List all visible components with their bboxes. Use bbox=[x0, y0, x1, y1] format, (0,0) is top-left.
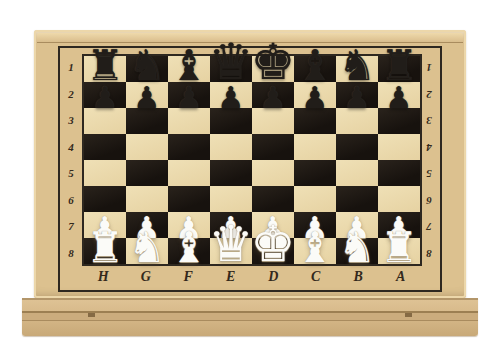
square-a4 bbox=[378, 134, 420, 160]
square-f4 bbox=[168, 134, 210, 160]
square-d3 bbox=[252, 108, 294, 134]
file-label-1: G bbox=[125, 264, 168, 290]
square-g5 bbox=[126, 160, 168, 186]
file-label-7: A bbox=[380, 264, 423, 290]
box-notch-right bbox=[405, 313, 412, 317]
box-rim-edge bbox=[37, 33, 463, 43]
rank-label-right-1: 2 bbox=[418, 81, 440, 108]
square-a6 bbox=[378, 186, 420, 212]
square-h4 bbox=[84, 134, 126, 160]
square-e7 bbox=[210, 212, 252, 238]
square-a3 bbox=[378, 108, 420, 134]
square-g8 bbox=[126, 238, 168, 264]
square-c5 bbox=[294, 160, 336, 186]
rank-labels-right: 12345678 bbox=[418, 54, 440, 266]
rank-label-right-2: 3 bbox=[418, 107, 440, 134]
rank-label-right-0: 1 bbox=[418, 54, 440, 81]
square-c7 bbox=[294, 212, 336, 238]
square-b8 bbox=[336, 238, 378, 264]
box-notch-left bbox=[88, 313, 95, 317]
square-g2 bbox=[126, 82, 168, 108]
square-c2 bbox=[294, 82, 336, 108]
square-c8 bbox=[294, 238, 336, 264]
square-e3 bbox=[210, 108, 252, 134]
square-d7 bbox=[252, 212, 294, 238]
rank-label-right-3: 4 bbox=[418, 134, 440, 161]
rank-label-left-5: 6 bbox=[60, 187, 82, 214]
square-g6 bbox=[126, 186, 168, 212]
square-h2 bbox=[84, 82, 126, 108]
square-g1 bbox=[126, 56, 168, 82]
square-h3 bbox=[84, 108, 126, 134]
square-a1 bbox=[378, 56, 420, 82]
square-d4 bbox=[252, 134, 294, 160]
square-h7 bbox=[84, 212, 126, 238]
coordinate-frame: ♜♞♝♛♚♝♞♜♟♟♟♟♟♟♟♟♟♟♟♟♟♟♟♟♜♞♝♛♚♝♞♜ 1234567… bbox=[58, 46, 442, 292]
square-d5 bbox=[252, 160, 294, 186]
square-b5 bbox=[336, 160, 378, 186]
square-g7 bbox=[126, 212, 168, 238]
file-label-6: B bbox=[337, 264, 380, 290]
rank-label-right-7: 8 bbox=[418, 240, 440, 267]
rank-label-right-6: 7 bbox=[418, 213, 440, 240]
square-a2 bbox=[378, 82, 420, 108]
square-c1 bbox=[294, 56, 336, 82]
square-f6 bbox=[168, 186, 210, 212]
rank-label-left-4: 5 bbox=[60, 160, 82, 187]
file-label-4: D bbox=[252, 264, 295, 290]
square-h6 bbox=[84, 186, 126, 212]
square-c4 bbox=[294, 134, 336, 160]
square-d1 bbox=[252, 56, 294, 82]
rank-labels-left: 12345678 bbox=[60, 54, 82, 266]
square-h5 bbox=[84, 160, 126, 186]
square-e1 bbox=[210, 56, 252, 82]
chess-set-photo: ♜♞♝♛♚♝♞♜♟♟♟♟♟♟♟♟♟♟♟♟♟♟♟♟♜♞♝♛♚♝♞♜ 1234567… bbox=[0, 0, 500, 350]
chess-board: ♜♞♝♛♚♝♞♜♟♟♟♟♟♟♟♟♟♟♟♟♟♟♟♟♜♞♝♛♚♝♞♜ 1234567… bbox=[34, 30, 466, 298]
board-grid bbox=[82, 54, 422, 266]
file-label-5: C bbox=[295, 264, 338, 290]
square-b3 bbox=[336, 108, 378, 134]
square-f2 bbox=[168, 82, 210, 108]
square-b7 bbox=[336, 212, 378, 238]
box-front-face bbox=[22, 298, 478, 336]
square-a5 bbox=[378, 160, 420, 186]
square-h8 bbox=[84, 238, 126, 264]
square-g3 bbox=[126, 108, 168, 134]
rank-label-left-2: 3 bbox=[60, 107, 82, 134]
square-d2 bbox=[252, 82, 294, 108]
rank-label-left-1: 2 bbox=[60, 81, 82, 108]
square-f1 bbox=[168, 56, 210, 82]
rank-label-left-3: 4 bbox=[60, 134, 82, 161]
square-h1 bbox=[84, 56, 126, 82]
square-g4 bbox=[126, 134, 168, 160]
file-label-3: E bbox=[210, 264, 253, 290]
square-b4 bbox=[336, 134, 378, 160]
rank-label-left-6: 7 bbox=[60, 213, 82, 240]
square-b2 bbox=[336, 82, 378, 108]
file-labels-bottom: HGFEDCBA bbox=[82, 264, 422, 290]
file-label-2: F bbox=[167, 264, 210, 290]
square-a7 bbox=[378, 212, 420, 238]
square-e6 bbox=[210, 186, 252, 212]
rank-label-right-5: 6 bbox=[418, 187, 440, 214]
square-d8 bbox=[252, 238, 294, 264]
rank-label-left-7: 8 bbox=[60, 240, 82, 267]
square-c6 bbox=[294, 186, 336, 212]
square-b1 bbox=[336, 56, 378, 82]
square-e4 bbox=[210, 134, 252, 160]
square-d6 bbox=[252, 186, 294, 212]
square-e2 bbox=[210, 82, 252, 108]
rank-label-left-0: 1 bbox=[60, 54, 82, 81]
square-c3 bbox=[294, 108, 336, 134]
rank-label-right-4: 5 bbox=[418, 160, 440, 187]
square-b6 bbox=[336, 186, 378, 212]
square-e5 bbox=[210, 160, 252, 186]
square-f8 bbox=[168, 238, 210, 264]
square-f5 bbox=[168, 160, 210, 186]
square-f7 bbox=[168, 212, 210, 238]
square-a8 bbox=[378, 238, 420, 264]
file-label-0: H bbox=[82, 264, 125, 290]
square-e8 bbox=[210, 238, 252, 264]
square-f3 bbox=[168, 108, 210, 134]
